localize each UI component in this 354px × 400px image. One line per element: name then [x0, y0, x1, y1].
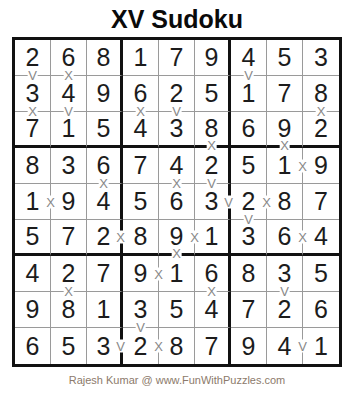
- sudoku-cell-r9c1: 6: [15, 328, 51, 364]
- sudoku-cell-r4c8: 1X: [267, 148, 303, 184]
- cell-digit: 1: [97, 297, 111, 322]
- cell-digit: 2: [278, 297, 292, 322]
- sudoku-cell-r7c9: 5: [303, 256, 339, 292]
- sudoku-cell-r9c7: 9: [231, 328, 267, 364]
- sudoku-cell-r8c9: 6: [303, 292, 339, 328]
- cell-digit: 3: [26, 81, 40, 106]
- sudoku-cell-r6c6: 1: [195, 220, 231, 256]
- cell-digit: 9: [97, 81, 111, 106]
- cell-digit: 2: [134, 334, 148, 359]
- cell-digit: 9: [26, 297, 40, 322]
- cell-digit: 5: [26, 224, 40, 249]
- sudoku-cell-r2c4: 6X: [123, 76, 159, 112]
- cell-digit: 2: [242, 189, 256, 214]
- sudoku-cell-r4c3: 6X: [87, 148, 123, 184]
- x-marker: X: [115, 230, 126, 243]
- sudoku-cell-r6c9: 4: [303, 220, 339, 256]
- sudoku-cell-r5c2: 9: [51, 184, 87, 220]
- sudoku-cell-r1c4: 1: [123, 40, 159, 76]
- cell-digit: 5: [205, 81, 219, 106]
- sudoku-cell-r8c5: 5: [159, 292, 195, 328]
- x-marker: X: [45, 195, 56, 208]
- sudoku-cell-r5c7: 2VX: [231, 184, 267, 220]
- cell-digit: 8: [134, 224, 148, 249]
- x-marker: X: [153, 267, 164, 280]
- sudoku-cell-r9c8: 4V: [267, 328, 303, 364]
- cell-digit: 3: [62, 153, 76, 178]
- sudoku-cell-r7c4: 9X: [123, 256, 159, 292]
- x-marker: X: [63, 285, 74, 298]
- v-marker: V: [297, 340, 308, 353]
- cell-digit: 6: [26, 334, 40, 359]
- cell-digit: 3: [170, 116, 184, 141]
- cell-digit: 5: [97, 116, 111, 141]
- v-marker: V: [135, 321, 146, 334]
- sudoku-cell-r9c2: 5: [51, 328, 87, 364]
- cell-digit: 8: [314, 81, 328, 106]
- cell-digit: 6: [62, 45, 76, 70]
- cell-digit: 4: [26, 261, 40, 286]
- cell-digit: 3: [314, 45, 328, 70]
- cell-digit: 4: [170, 153, 184, 178]
- cell-digit: 8: [26, 153, 40, 178]
- x-marker: X: [63, 69, 74, 82]
- cell-digit: 7: [97, 261, 111, 286]
- sudoku-cell-r8c3: 1: [87, 292, 123, 328]
- x-marker: X: [297, 159, 308, 172]
- sudoku-cell-r1c8: 5: [267, 40, 303, 76]
- cell-digit: 3: [205, 189, 219, 214]
- v-marker: V: [279, 285, 290, 298]
- cell-digit: 5: [134, 189, 148, 214]
- x-marker: X: [261, 195, 272, 208]
- sudoku-cell-r2c9: 8X: [303, 76, 339, 112]
- sudoku-cell-r3c8: 9X: [267, 112, 303, 148]
- cell-digit: 7: [170, 45, 184, 70]
- cell-digit: 4: [134, 116, 148, 141]
- cell-digit: 5: [278, 45, 292, 70]
- credit-line: Rajesh Kumar @ www.FunWithPuzzles.com: [0, 374, 354, 386]
- cell-digit: 3: [97, 334, 111, 359]
- sudoku-cell-r6c3: 2X: [87, 220, 123, 256]
- v-marker: V: [115, 340, 126, 353]
- cell-digit: 5: [314, 261, 328, 286]
- cell-digit: 4: [314, 224, 328, 249]
- sudoku-cell-r7c1: 4: [15, 256, 51, 292]
- cell-digit: 6: [314, 297, 328, 322]
- cell-digit: 3: [242, 224, 256, 249]
- cell-digit: 3: [278, 261, 292, 286]
- cell-digit: 9: [134, 261, 148, 286]
- x-marker: X: [297, 230, 308, 243]
- sudoku-cell-r5c1: 1X: [15, 184, 51, 220]
- sudoku-cell-r4c1: 8: [15, 148, 51, 184]
- sudoku-cell-r2c3: 9: [87, 76, 123, 112]
- sudoku-cell-r6c5: 9XX: [159, 220, 195, 256]
- cell-digit: 8: [170, 334, 184, 359]
- cell-digit: 8: [97, 45, 111, 70]
- x-marker: X: [171, 247, 182, 260]
- sudoku-cell-r1c7: 4V: [231, 40, 267, 76]
- cell-digit: 1: [62, 116, 76, 141]
- sudoku-cell-r6c2: 7: [51, 220, 87, 256]
- cell-digit: 6: [278, 224, 292, 249]
- sudoku-cell-r4c2: 3: [51, 148, 87, 184]
- v-marker: V: [27, 69, 38, 82]
- x-marker: X: [153, 340, 164, 353]
- sudoku-cell-r7c6: 6X: [195, 256, 231, 292]
- sudoku-cell-r9c6: 7: [195, 328, 231, 364]
- cell-digit: 3: [134, 297, 148, 322]
- cell-digit: 4: [97, 189, 111, 214]
- sudoku-cell-r6c8: 6X: [267, 220, 303, 256]
- sudoku-cell-r3c6: 8X: [195, 112, 231, 148]
- cell-digit: 9: [205, 45, 219, 70]
- v-marker: V: [171, 105, 182, 118]
- sudoku-cell-r7c5: 1: [159, 256, 195, 292]
- cell-digit: 7: [26, 116, 40, 141]
- cell-digit: 5: [242, 153, 256, 178]
- sudoku-cell-r9c3: 3V: [87, 328, 123, 364]
- v-marker: V: [63, 105, 74, 118]
- sudoku-cell-r8c4: 3V: [123, 292, 159, 328]
- cell-digit: 1: [242, 81, 256, 106]
- cell-digit: 5: [62, 334, 76, 359]
- cell-digit: 1: [278, 153, 292, 178]
- cell-digit: 6: [205, 261, 219, 286]
- cell-digit: 4: [278, 334, 292, 359]
- sudoku-cell-r1c6: 9: [195, 40, 231, 76]
- sudoku-cell-r9c5: 8: [159, 328, 195, 364]
- x-marker: X: [171, 177, 182, 190]
- cell-digit: 4: [205, 297, 219, 322]
- sudoku-cell-r1c5: 7: [159, 40, 195, 76]
- sudoku-cell-r3c3: 5: [87, 112, 123, 148]
- cell-digit: 7: [62, 224, 76, 249]
- sudoku-cell-r4c4: 7: [123, 148, 159, 184]
- cell-digit: 2: [97, 224, 111, 249]
- cell-digit: 2: [205, 153, 219, 178]
- v-marker: V: [206, 177, 217, 190]
- sudoku-cell-r5c4: 5: [123, 184, 159, 220]
- x-marker: X: [135, 105, 146, 118]
- cell-digit: 1: [205, 224, 219, 249]
- sudoku-cell-r6c1: 5: [15, 220, 51, 256]
- cell-digit: 7: [134, 153, 148, 178]
- cell-digit: 1: [134, 45, 148, 70]
- x-marker: X: [98, 177, 109, 190]
- sudoku-cell-r1c9: 3: [303, 40, 339, 76]
- sudoku-cell-r4c6: 2V: [195, 148, 231, 184]
- sudoku-cell-r7c7: 8: [231, 256, 267, 292]
- x-marker: X: [206, 285, 217, 298]
- sudoku-cell-r2c6: 5: [195, 76, 231, 112]
- v-marker: V: [243, 213, 254, 226]
- cell-digit: 8: [242, 261, 256, 286]
- cell-digit: 5: [170, 297, 184, 322]
- sudoku-cell-r7c8: 3V: [267, 256, 303, 292]
- v-marker: V: [223, 195, 234, 208]
- x-marker: X: [189, 230, 200, 243]
- cell-digit: 2: [170, 81, 184, 106]
- sudoku-cell-r2c8: 7: [267, 76, 303, 112]
- cell-digit: 7: [278, 81, 292, 106]
- sudoku-grid: 2V6X81794V533X4V96X2V5178X715438X69X2836…: [12, 37, 342, 367]
- sudoku-cell-r5c8: 8: [267, 184, 303, 220]
- x-marker: X: [27, 105, 38, 118]
- cell-digit: 1: [314, 334, 328, 359]
- cell-digit: 2: [26, 45, 40, 70]
- sudoku-cell-r5c9: 7: [303, 184, 339, 220]
- cell-digit: 2: [314, 116, 328, 141]
- sudoku-cell-r4c9: 9: [303, 148, 339, 184]
- sudoku-cell-r7c2: 2X: [51, 256, 87, 292]
- sudoku-cell-r6c4: 8: [123, 220, 159, 256]
- cell-digit: 7: [205, 334, 219, 359]
- cell-digit: 8: [278, 189, 292, 214]
- sudoku-cell-r4c5: 4X: [159, 148, 195, 184]
- cell-digit: 1: [26, 189, 40, 214]
- sudoku-cell-r4c7: 5: [231, 148, 267, 184]
- cell-digit: 6: [134, 81, 148, 106]
- cell-digit: 2: [62, 261, 76, 286]
- cell-digit: 7: [242, 297, 256, 322]
- cell-digit: 9: [314, 153, 328, 178]
- cell-digit: 6: [97, 153, 111, 178]
- cell-digit: 8: [62, 297, 76, 322]
- sudoku-cell-r2c5: 2V: [159, 76, 195, 112]
- cell-digit: 9: [62, 189, 76, 214]
- cell-digit: 1: [170, 261, 184, 286]
- cell-digit: 4: [242, 45, 256, 70]
- v-marker: V: [243, 69, 254, 82]
- sudoku-cell-r3c7: 6: [231, 112, 267, 148]
- sudoku-cell-r1c3: 8: [87, 40, 123, 76]
- cell-digit: 9: [242, 334, 256, 359]
- cell-digit: 4: [62, 81, 76, 106]
- x-marker: X: [316, 105, 327, 118]
- cell-digit: 7: [314, 189, 328, 214]
- sudoku-cell-r8c1: 9: [15, 292, 51, 328]
- sudoku-cell-r8c7: 7: [231, 292, 267, 328]
- page-title: XV Sudoku: [0, 5, 354, 34]
- sudoku-cell-r1c2: 6X: [51, 40, 87, 76]
- sudoku-cell-r1c1: 2V: [15, 40, 51, 76]
- cell-digit: 6: [170, 189, 184, 214]
- sudoku-cell-r9c9: 1: [303, 328, 339, 364]
- x-marker: X: [206, 139, 217, 152]
- x-marker: X: [279, 139, 290, 152]
- sudoku-cell-r7c3: 7: [87, 256, 123, 292]
- cell-digit: 6: [242, 116, 256, 141]
